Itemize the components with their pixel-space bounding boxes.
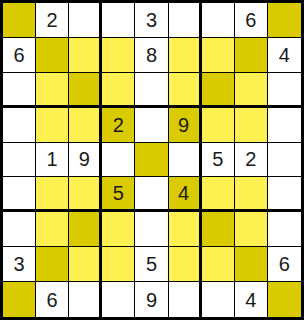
cell-r1c3[interactable] bbox=[69, 3, 102, 38]
cell-r7c4[interactable] bbox=[102, 212, 135, 247]
cell-r6c6[interactable]: 4 bbox=[169, 177, 202, 212]
cell-r9c9[interactable] bbox=[268, 282, 301, 317]
cell-r1c8[interactable]: 6 bbox=[235, 3, 268, 38]
cell-r9c2[interactable]: 6 bbox=[36, 282, 69, 317]
cell-r3c4[interactable] bbox=[102, 73, 135, 108]
cell-r2c4[interactable] bbox=[102, 38, 135, 73]
cell-r6c1[interactable] bbox=[3, 177, 36, 212]
cell-r1c2[interactable]: 2 bbox=[36, 3, 69, 38]
cell-r2c5[interactable]: 8 bbox=[135, 38, 168, 73]
cell-r1c5[interactable]: 3 bbox=[135, 3, 168, 38]
cell-r6c2[interactable] bbox=[36, 177, 69, 212]
cell-r5c2[interactable]: 1 bbox=[36, 143, 69, 178]
cell-r4c5[interactable] bbox=[135, 108, 168, 143]
cell-r8c8[interactable] bbox=[235, 247, 268, 282]
cell-r2c3[interactable] bbox=[69, 38, 102, 73]
cell-r7c2[interactable] bbox=[36, 212, 69, 247]
cell-r6c5[interactable] bbox=[135, 177, 168, 212]
cell-r8c2[interactable] bbox=[36, 247, 69, 282]
cell-r6c4[interactable]: 5 bbox=[102, 177, 135, 212]
cell-r3c5[interactable] bbox=[135, 73, 168, 108]
cell-r4c4[interactable]: 2 bbox=[102, 108, 135, 143]
cell-r6c3[interactable] bbox=[69, 177, 102, 212]
cell-r5c5[interactable] bbox=[135, 143, 168, 178]
cell-r9c4[interactable] bbox=[102, 282, 135, 317]
cell-r6c7[interactable] bbox=[202, 177, 235, 212]
cell-r9c8[interactable]: 4 bbox=[235, 282, 268, 317]
cell-r5c7[interactable]: 5 bbox=[202, 143, 235, 178]
cell-r6c9[interactable] bbox=[268, 177, 301, 212]
cell-r8c1[interactable]: 3 bbox=[3, 247, 36, 282]
cell-r7c9[interactable] bbox=[268, 212, 301, 247]
cell-r7c8[interactable] bbox=[235, 212, 268, 247]
cell-r7c6[interactable] bbox=[169, 212, 202, 247]
cell-r1c4[interactable] bbox=[102, 3, 135, 38]
cell-r7c7[interactable] bbox=[202, 212, 235, 247]
cell-r1c7[interactable] bbox=[202, 3, 235, 38]
cell-r4c1[interactable] bbox=[3, 108, 36, 143]
cell-r3c2[interactable] bbox=[36, 73, 69, 108]
cell-r5c4[interactable] bbox=[102, 143, 135, 178]
cell-r2c9[interactable]: 4 bbox=[268, 38, 301, 73]
cell-r3c1[interactable] bbox=[3, 73, 36, 108]
cell-r4c8[interactable] bbox=[235, 108, 268, 143]
cell-r5c9[interactable] bbox=[268, 143, 301, 178]
cell-r4c6[interactable]: 9 bbox=[169, 108, 202, 143]
cell-r6c8[interactable] bbox=[235, 177, 268, 212]
cell-r8c5[interactable]: 5 bbox=[135, 247, 168, 282]
cell-r8c7[interactable] bbox=[202, 247, 235, 282]
cell-r5c6[interactable] bbox=[169, 143, 202, 178]
cell-r3c7[interactable] bbox=[202, 73, 235, 108]
cell-r2c2[interactable] bbox=[36, 38, 69, 73]
cell-r7c3[interactable] bbox=[69, 212, 102, 247]
cell-r4c3[interactable] bbox=[69, 108, 102, 143]
cell-r5c3[interactable]: 9 bbox=[69, 143, 102, 178]
cell-r8c6[interactable] bbox=[169, 247, 202, 282]
cell-r3c8[interactable] bbox=[235, 73, 268, 108]
cell-r1c1[interactable] bbox=[3, 3, 36, 38]
cell-r9c6[interactable] bbox=[169, 282, 202, 317]
cell-r8c3[interactable] bbox=[69, 247, 102, 282]
cell-r8c4[interactable] bbox=[102, 247, 135, 282]
sudoku-board: 23668429195254356694 bbox=[0, 0, 304, 320]
cell-r9c7[interactable] bbox=[202, 282, 235, 317]
cell-r1c6[interactable] bbox=[169, 3, 202, 38]
cell-r5c1[interactable] bbox=[3, 143, 36, 178]
cell-r2c6[interactable] bbox=[169, 38, 202, 73]
cell-r5c8[interactable]: 2 bbox=[235, 143, 268, 178]
cell-r4c9[interactable] bbox=[268, 108, 301, 143]
cell-r4c2[interactable] bbox=[36, 108, 69, 143]
cell-r7c1[interactable] bbox=[3, 212, 36, 247]
cell-r9c1[interactable] bbox=[3, 282, 36, 317]
cell-r3c3[interactable] bbox=[69, 73, 102, 108]
cell-r3c6[interactable] bbox=[169, 73, 202, 108]
cell-r1c9[interactable] bbox=[268, 3, 301, 38]
cell-r7c5[interactable] bbox=[135, 212, 168, 247]
cell-r9c3[interactable] bbox=[69, 282, 102, 317]
cell-r2c7[interactable] bbox=[202, 38, 235, 73]
cell-r8c9[interactable]: 6 bbox=[268, 247, 301, 282]
cell-r9c5[interactable]: 9 bbox=[135, 282, 168, 317]
cell-r4c7[interactable] bbox=[202, 108, 235, 143]
cell-r2c1[interactable]: 6 bbox=[3, 38, 36, 73]
cell-r3c9[interactable] bbox=[268, 73, 301, 108]
cell-r2c8[interactable] bbox=[235, 38, 268, 73]
